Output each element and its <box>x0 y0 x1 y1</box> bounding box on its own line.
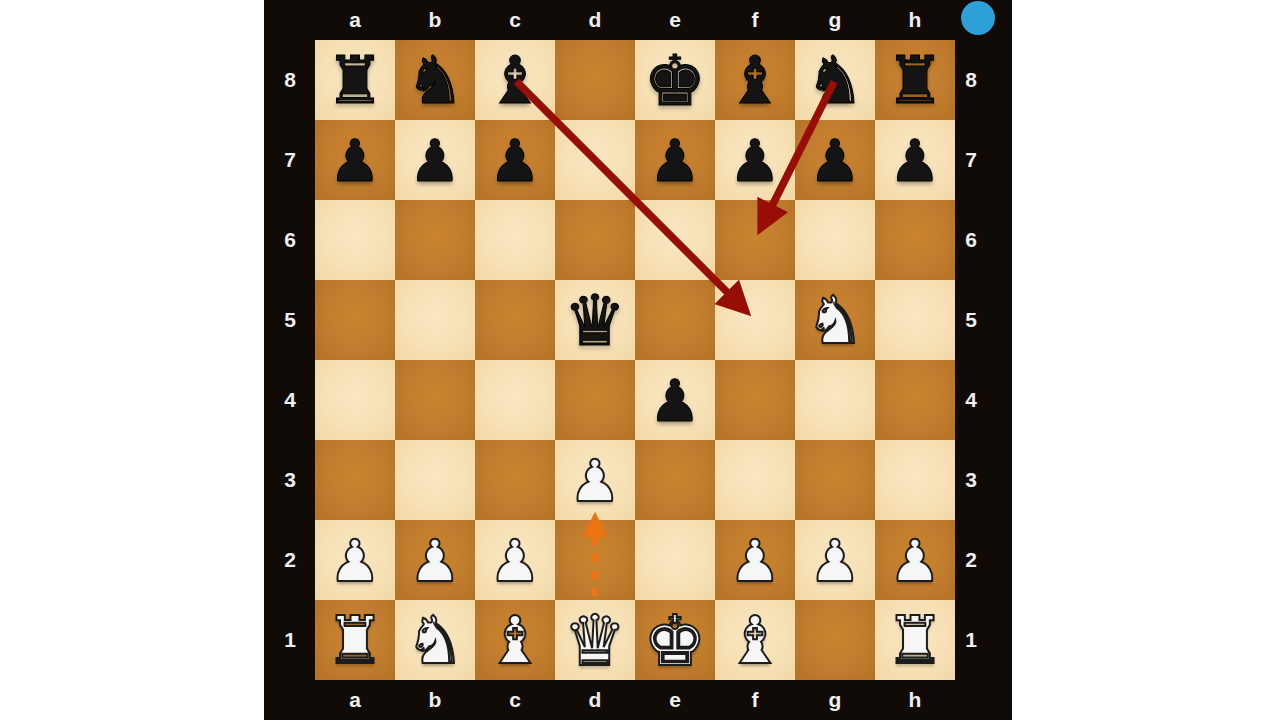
square-a7[interactable]: ♟ <box>315 120 395 200</box>
square-c4[interactable] <box>475 360 555 440</box>
square-f4[interactable] <box>715 360 795 440</box>
rank-label-6: 6 <box>272 200 308 280</box>
file-labels-bottom: abcdefgh <box>315 680 955 720</box>
square-a2[interactable]: ♟ <box>315 520 395 600</box>
file-label-b: b <box>395 680 475 720</box>
black-pawn-b7[interactable]: ♟ <box>395 120 475 200</box>
rank-label-8: 8 <box>953 40 989 120</box>
square-g4[interactable] <box>795 360 875 440</box>
file-label-c: c <box>475 0 555 40</box>
square-a8[interactable]: ♜ <box>315 40 395 120</box>
file-label-g: g <box>795 0 875 40</box>
black-knight-g8[interactable]: ♞ <box>795 40 875 120</box>
page: abcdefgh abcdefgh 87654321 87654321 ♜♞♝♚… <box>0 0 1280 720</box>
square-g6[interactable] <box>795 200 875 280</box>
square-b6[interactable] <box>395 200 475 280</box>
square-c8[interactable]: ♝ <box>475 40 555 120</box>
square-f8[interactable]: ♝ <box>715 40 795 120</box>
rank-label-4: 4 <box>953 360 989 440</box>
square-d1[interactable]: ♛ <box>555 600 635 680</box>
square-h1[interactable]: ♜ <box>875 600 955 680</box>
white-pawn-h2[interactable]: ♟ <box>875 520 955 600</box>
file-label-b: b <box>395 0 475 40</box>
file-label-e: e <box>635 680 715 720</box>
white-pawn-b2[interactable]: ♟ <box>395 520 475 600</box>
file-label-a: a <box>315 680 395 720</box>
rank-label-1: 1 <box>953 600 989 680</box>
square-g7[interactable]: ♟ <box>795 120 875 200</box>
black-pawn-g7[interactable]: ♟ <box>795 120 875 200</box>
square-g8[interactable]: ♞ <box>795 40 875 120</box>
square-d7[interactable] <box>555 120 635 200</box>
white-bishop-c1[interactable]: ♝ <box>475 600 555 680</box>
file-label-h: h <box>875 680 955 720</box>
file-label-f: f <box>715 0 795 40</box>
rank-label-3: 3 <box>953 440 989 520</box>
black-pawn-h7[interactable]: ♟ <box>875 120 955 200</box>
square-e5[interactable] <box>635 280 715 360</box>
black-queen-d5[interactable]: ♛ <box>555 280 635 360</box>
white-pawn-g2[interactable]: ♟ <box>795 520 875 600</box>
square-f5[interactable] <box>715 280 795 360</box>
rank-label-2: 2 <box>953 520 989 600</box>
square-e4[interactable]: ♟ <box>635 360 715 440</box>
white-pawn-c2[interactable]: ♟ <box>475 520 555 600</box>
square-h6[interactable] <box>875 200 955 280</box>
square-f2[interactable]: ♟ <box>715 520 795 600</box>
square-d3[interactable]: ♟ <box>555 440 635 520</box>
square-g1[interactable] <box>795 600 875 680</box>
square-b2[interactable]: ♟ <box>395 520 475 600</box>
square-b4[interactable] <box>395 360 475 440</box>
black-bishop-f8[interactable]: ♝ <box>715 40 795 120</box>
square-g3[interactable] <box>795 440 875 520</box>
white-pawn-d3[interactable]: ♟ <box>555 440 635 520</box>
square-h5[interactable] <box>875 280 955 360</box>
square-c6[interactable] <box>475 200 555 280</box>
white-knight-g5[interactable]: ♞ <box>795 280 875 360</box>
square-e2[interactable] <box>635 520 715 600</box>
rank-label-8: 8 <box>272 40 308 120</box>
rank-label-4: 4 <box>272 360 308 440</box>
rank-label-5: 5 <box>272 280 308 360</box>
black-knight-b8[interactable]: ♞ <box>395 40 475 120</box>
square-c3[interactable] <box>475 440 555 520</box>
square-h8[interactable]: ♜ <box>875 40 955 120</box>
square-d6[interactable] <box>555 200 635 280</box>
square-c1[interactable]: ♝ <box>475 600 555 680</box>
square-d8[interactable] <box>555 40 635 120</box>
file-label-c: c <box>475 680 555 720</box>
file-label-g: g <box>795 680 875 720</box>
turn-indicator-dot <box>961 1 995 35</box>
file-label-f: f <box>715 680 795 720</box>
square-c5[interactable] <box>475 280 555 360</box>
square-d4[interactable] <box>555 360 635 440</box>
file-label-d: d <box>555 0 635 40</box>
file-labels-top: abcdefgh <box>315 0 955 40</box>
square-h3[interactable] <box>875 440 955 520</box>
black-bishop-c8[interactable]: ♝ <box>475 40 555 120</box>
black-pawn-c7[interactable]: ♟ <box>475 120 555 200</box>
black-pawn-e7[interactable]: ♟ <box>635 120 715 200</box>
rank-label-7: 7 <box>953 120 989 200</box>
rank-label-3: 3 <box>272 440 308 520</box>
square-c2[interactable]: ♟ <box>475 520 555 600</box>
file-label-e: e <box>635 0 715 40</box>
square-d5[interactable]: ♛ <box>555 280 635 360</box>
square-a1[interactable]: ♜ <box>315 600 395 680</box>
white-pawn-f2[interactable]: ♟ <box>715 520 795 600</box>
square-h2[interactable]: ♟ <box>875 520 955 600</box>
square-g2[interactable]: ♟ <box>795 520 875 600</box>
square-b3[interactable] <box>395 440 475 520</box>
square-a3[interactable] <box>315 440 395 520</box>
rank-labels-right: 87654321 <box>953 40 989 680</box>
square-d2[interactable] <box>555 520 635 600</box>
rank-label-5: 5 <box>953 280 989 360</box>
square-e7[interactable]: ♟ <box>635 120 715 200</box>
file-label-a: a <box>315 0 395 40</box>
black-pawn-a7[interactable]: ♟ <box>315 120 395 200</box>
white-knight-b1[interactable]: ♞ <box>395 600 475 680</box>
square-a6[interactable] <box>315 200 395 280</box>
square-b7[interactable]: ♟ <box>395 120 475 200</box>
chess-diagram-panel: abcdefgh abcdefgh 87654321 87654321 ♜♞♝♚… <box>264 0 1012 720</box>
rank-label-2: 2 <box>272 520 308 600</box>
square-h4[interactable] <box>875 360 955 440</box>
file-label-d: d <box>555 680 635 720</box>
rank-label-6: 6 <box>953 200 989 280</box>
square-c7[interactable]: ♟ <box>475 120 555 200</box>
square-f1[interactable]: ♝ <box>715 600 795 680</box>
board-area: ♜♞♝♚♝♞♜♟♟♟♟♟♟♟♛♞♟♟♟♟♟♟♟♟♜♞♝♛♚♝♜ <box>315 40 955 680</box>
black-king-e8[interactable]: ♚ <box>635 40 715 120</box>
white-bishop-f1[interactable]: ♝ <box>715 600 795 680</box>
white-rook-h1[interactable]: ♜ <box>875 600 955 680</box>
square-b5[interactable] <box>395 280 475 360</box>
square-f7[interactable]: ♟ <box>715 120 795 200</box>
file-label-h: h <box>875 0 955 40</box>
square-f6[interactable] <box>715 200 795 280</box>
square-f3[interactable] <box>715 440 795 520</box>
rank-label-7: 7 <box>272 120 308 200</box>
square-h7[interactable]: ♟ <box>875 120 955 200</box>
square-e1[interactable]: ♚ <box>635 600 715 680</box>
square-e3[interactable] <box>635 440 715 520</box>
square-g5[interactable]: ♞ <box>795 280 875 360</box>
rank-label-1: 1 <box>272 600 308 680</box>
rank-labels-left: 87654321 <box>272 40 308 680</box>
black-rook-h8[interactable]: ♜ <box>875 40 955 120</box>
chess-board: ♜♞♝♚♝♞♜♟♟♟♟♟♟♟♛♞♟♟♟♟♟♟♟♟♜♞♝♛♚♝♜ <box>315 40 955 680</box>
white-queen-d1[interactable]: ♛ <box>555 600 635 680</box>
white-king-e1[interactable]: ♚ <box>635 600 715 680</box>
square-e6[interactable] <box>635 200 715 280</box>
square-e8[interactable]: ♚ <box>635 40 715 120</box>
square-a5[interactable] <box>315 280 395 360</box>
black-pawn-f7[interactable]: ♟ <box>715 120 795 200</box>
white-pawn-a2[interactable]: ♟ <box>315 520 395 600</box>
white-rook-a1[interactable]: ♜ <box>315 600 395 680</box>
square-b8[interactable]: ♞ <box>395 40 475 120</box>
black-pawn-e4[interactable]: ♟ <box>635 360 715 440</box>
square-b1[interactable]: ♞ <box>395 600 475 680</box>
square-a4[interactable] <box>315 360 395 440</box>
black-rook-a8[interactable]: ♜ <box>315 40 395 120</box>
